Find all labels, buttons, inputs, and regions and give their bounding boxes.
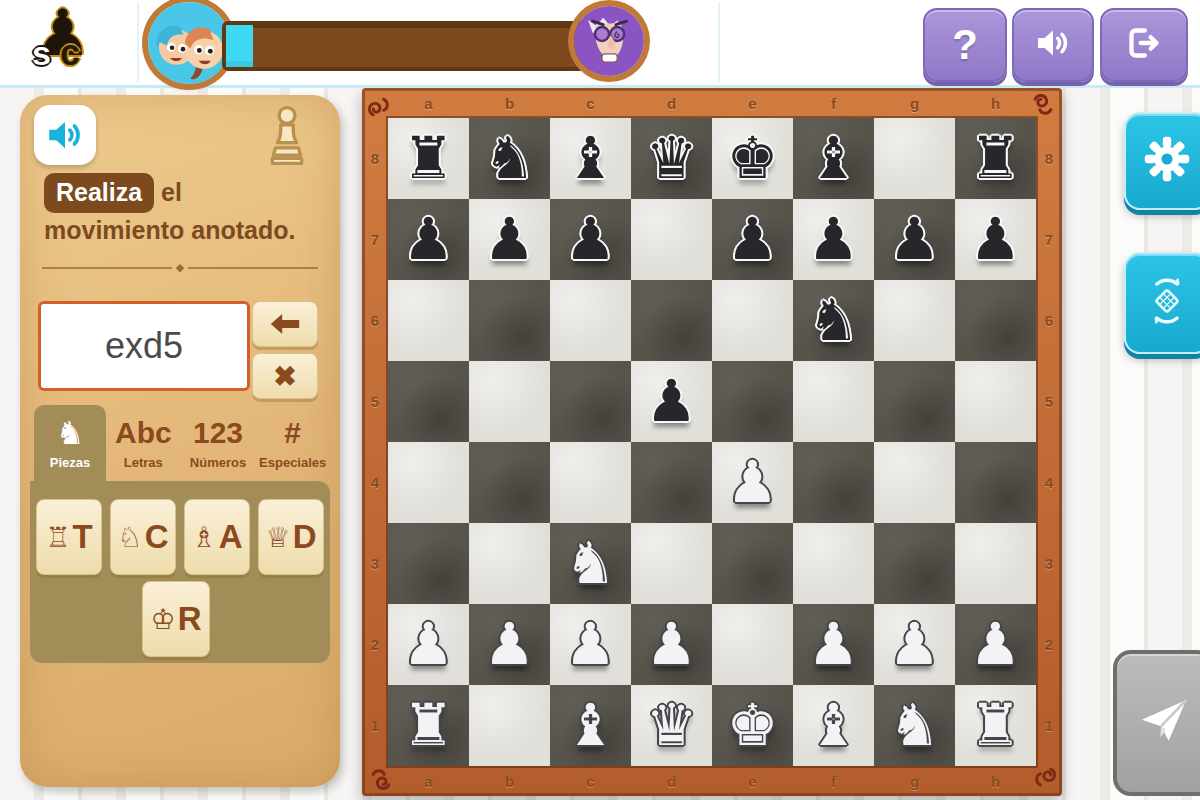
exit-icon [1124, 23, 1164, 67]
square-d7[interactable] [631, 199, 712, 280]
file-label: h [991, 773, 1000, 790]
white-queen[interactable]: ♛ [646, 685, 698, 766]
black-queen[interactable]: ♛ [646, 118, 698, 199]
paper-plane-icon [1136, 693, 1192, 753]
file-label: f [831, 95, 836, 112]
black-pawn[interactable]: ♟ [808, 199, 860, 280]
white-king[interactable]: ♚ [727, 685, 779, 766]
rook-icon: ♖ [45, 521, 70, 554]
corner-ornament [1026, 760, 1060, 794]
white-pawn[interactable]: ♟ [403, 604, 455, 685]
corner-ornament [364, 760, 398, 794]
square-c6[interactable] [550, 280, 631, 361]
knight-key[interactable]: ♘ C [110, 499, 176, 575]
white-pawn[interactable]: ♟ [646, 604, 698, 685]
square-c1[interactable]: ♝ [550, 685, 631, 766]
opponent-avatar [574, 6, 644, 76]
square-c3[interactable]: ♞ [550, 523, 631, 604]
square-b3[interactable] [469, 523, 550, 604]
square-f2[interactable]: ♟ [793, 604, 874, 685]
move-entry-panel: Realiza el movimiento anotado. ◆ ✖ ♞ Pie… [20, 95, 340, 787]
file-label: h [991, 95, 1000, 112]
keyboard-tabs: ♞ Piezas Abc Letras 123 Números # Especi… [34, 405, 330, 481]
square-g1[interactable]: ♞ [874, 685, 955, 766]
square-h6[interactable] [955, 280, 1036, 361]
square-c5[interactable] [550, 361, 631, 442]
square-b1[interactable] [469, 685, 550, 766]
tab-especiales[interactable]: # Especiales [255, 405, 330, 481]
square-d6[interactable] [631, 280, 712, 361]
white-pawn[interactable]: ♟ [727, 442, 779, 523]
black-bishop[interactable]: ♝ [565, 118, 617, 199]
square-f5[interactable] [793, 361, 874, 442]
file-label: d [667, 773, 676, 790]
settings-button[interactable] [1124, 112, 1200, 210]
white-pawn[interactable]: ♟ [970, 604, 1022, 685]
square-b4[interactable] [469, 442, 550, 523]
top-bar: ♟ s c [0, 0, 1200, 88]
square-h7[interactable]: ♟ [955, 199, 1036, 280]
rank-label: 3 [371, 555, 379, 572]
queen-icon: ♕ [266, 521, 291, 554]
square-e4[interactable]: ♟ [712, 442, 793, 523]
square-f6[interactable]: ♞ [793, 280, 874, 361]
rank-labels-right: 87654321 [1036, 118, 1062, 766]
rank-label: 7 [1045, 231, 1053, 248]
square-e7[interactable]: ♟ [712, 199, 793, 280]
rank-label: 8 [371, 150, 379, 167]
bishop-key[interactable]: ♗ A [184, 499, 250, 575]
square-g4[interactable] [874, 442, 955, 523]
king-key[interactable]: ♔ R [142, 581, 210, 657]
file-label: d [667, 95, 676, 112]
white-rook[interactable]: ♜ [970, 685, 1022, 766]
square-b2[interactable]: ♟ [469, 604, 550, 685]
rank-label: 2 [371, 636, 379, 653]
app-logo: ♟ s c [26, 4, 106, 82]
logo-letter-c: c [60, 32, 80, 74]
square-c7[interactable]: ♟ [550, 199, 631, 280]
corner-ornament [364, 90, 398, 124]
square-e8[interactable]: ♚ [712, 118, 793, 199]
rank-label: 5 [371, 393, 379, 410]
bishop-icon: ♗ [192, 521, 217, 554]
square-g3[interactable] [874, 523, 955, 604]
speaker-icon [1033, 23, 1073, 67]
corner-ornament [1026, 90, 1060, 124]
file-labels-top: abcdefgh [388, 88, 1036, 118]
square-a1[interactable]: ♜ [388, 685, 469, 766]
square-g6[interactable] [874, 280, 955, 361]
square-f3[interactable] [793, 523, 874, 604]
black-knight[interactable]: ♞ [808, 280, 860, 361]
white-rook[interactable]: ♜ [403, 685, 455, 766]
white-pawn[interactable]: ♟ [484, 604, 536, 685]
rank-label: 4 [371, 474, 379, 491]
black-rook[interactable]: ♜ [403, 118, 455, 199]
file-label: b [505, 773, 514, 790]
file-label: g [910, 95, 919, 112]
knight-icon: ♘ [118, 521, 143, 554]
file-label: f [831, 773, 836, 790]
square-f4[interactable] [793, 442, 874, 523]
square-a2[interactable]: ♟ [388, 604, 469, 685]
white-pawn[interactable]: ♟ [565, 604, 617, 685]
sound-button[interactable] [1012, 8, 1094, 82]
king-icon: ♔ [151, 603, 176, 636]
queen-key[interactable]: ♕ D [258, 499, 324, 575]
black-rook[interactable]: ♜ [970, 118, 1022, 199]
file-labels-bottom: abcdefgh [388, 766, 1036, 796]
square-d4[interactable] [631, 442, 712, 523]
players-avatar [148, 2, 230, 84]
gear-icon [1143, 135, 1191, 187]
file-label: e [748, 95, 756, 112]
white-bishop[interactable]: ♝ [565, 685, 617, 766]
square-h5[interactable] [955, 361, 1036, 442]
black-pawn[interactable]: ♟ [484, 199, 536, 280]
black-pawn[interactable]: ♟ [646, 361, 698, 442]
black-pawn[interactable]: ♟ [565, 199, 617, 280]
ornament-divider: ◆ [42, 261, 318, 274]
file-label: c [586, 95, 594, 112]
rank-label: 1 [371, 717, 379, 734]
square-a7[interactable]: ♟ [388, 199, 469, 280]
file-label: e [748, 773, 756, 790]
flip-board-icon [1144, 275, 1190, 331]
white-pawn[interactable]: ♟ [808, 604, 860, 685]
rank-label: 2 [1045, 636, 1053, 653]
black-king[interactable]: ♚ [727, 118, 779, 199]
file-label: a [424, 95, 432, 112]
question-mark-icon: ? [952, 21, 978, 69]
square-e2[interactable] [712, 604, 793, 685]
rank-labels-left: 87654321 [362, 118, 388, 766]
black-pawn[interactable]: ♟ [727, 199, 779, 280]
file-label: g [910, 773, 919, 790]
pieces-keyboard: ♖ T ♘ C ♗ A ♕ D ♔ R [30, 481, 330, 663]
square-h2[interactable]: ♟ [955, 604, 1036, 685]
clear-button[interactable]: ✖ [252, 353, 318, 399]
rank-label: 4 [1045, 474, 1053, 491]
white-pawn[interactable]: ♟ [889, 604, 941, 685]
logo-letter-s: s [32, 34, 51, 73]
move-input[interactable] [38, 301, 250, 391]
square-b5[interactable] [469, 361, 550, 442]
black-knight[interactable]: ♞ [484, 118, 536, 199]
square-d8[interactable]: ♛ [631, 118, 712, 199]
tab-piezas[interactable]: ♞ Piezas [34, 405, 106, 481]
square-g8[interactable] [874, 118, 955, 199]
square-c8[interactable]: ♝ [550, 118, 631, 199]
progress-fill [226, 25, 253, 67]
divider [718, 3, 720, 82]
square-e6[interactable] [712, 280, 793, 361]
instruction-highlight: Realiza [44, 173, 154, 213]
square-e3[interactable] [712, 523, 793, 604]
rook-key[interactable]: ♖ T [36, 499, 102, 575]
rank-label: 8 [1045, 150, 1053, 167]
square-a5[interactable] [388, 361, 469, 442]
square-g2[interactable]: ♟ [874, 604, 955, 685]
square-f7[interactable]: ♟ [793, 199, 874, 280]
rank-label: 6 [1045, 312, 1053, 329]
square-a4[interactable] [388, 442, 469, 523]
square-c2[interactable]: ♟ [550, 604, 631, 685]
white-knight[interactable]: ♞ [889, 685, 941, 766]
square-h3[interactable] [955, 523, 1036, 604]
knight-icon: ♞ [56, 417, 85, 449]
backspace-button[interactable] [252, 301, 318, 347]
help-button[interactable]: ? [923, 8, 1007, 82]
rank-label: 3 [1045, 555, 1053, 572]
read-aloud-button[interactable] [34, 105, 96, 165]
file-label: c [586, 773, 594, 790]
file-label: a [424, 773, 432, 790]
x-icon: ✖ [273, 360, 296, 393]
black-pawn[interactable]: ♟ [889, 199, 941, 280]
square-d3[interactable] [631, 523, 712, 604]
tab-letras[interactable]: Abc Letras [106, 405, 181, 481]
send-move-button[interactable] [1113, 650, 1200, 796]
square-a8[interactable]: ♜ [388, 118, 469, 199]
rank-label: 6 [371, 312, 379, 329]
progress-track [222, 21, 620, 71]
file-label: b [505, 95, 514, 112]
square-d2[interactable]: ♟ [631, 604, 712, 685]
square-g5[interactable] [874, 361, 955, 442]
rank-label: 5 [1045, 393, 1053, 410]
white-knight[interactable]: ♞ [565, 523, 617, 604]
square-b8[interactable]: ♞ [469, 118, 550, 199]
board-squares: ♜♞♝♛♚♝♜♟♟♟♟♟♟♟♞♟♟♞♟♟♟♟♟♟♟♜♝♛♚♝♞♜ [388, 118, 1036, 766]
square-h8[interactable]: ♜ [955, 118, 1036, 199]
rank-label: 7 [371, 231, 379, 248]
rank-label: 1 [1045, 717, 1053, 734]
square-d1[interactable]: ♛ [631, 685, 712, 766]
square-a6[interactable] [388, 280, 469, 361]
square-b7[interactable]: ♟ [469, 199, 550, 280]
square-g7[interactable]: ♟ [874, 199, 955, 280]
square-b6[interactable] [469, 280, 550, 361]
square-e1[interactable]: ♚ [712, 685, 793, 766]
black-pawn[interactable]: ♟ [970, 199, 1022, 280]
pawn-icon [262, 103, 312, 169]
square-f1[interactable]: ♝ [793, 685, 874, 766]
instruction-line2: movimiento anotado. [44, 216, 295, 244]
flip-board-button[interactable] [1124, 252, 1200, 354]
square-a3[interactable] [388, 523, 469, 604]
square-h4[interactable] [955, 442, 1036, 523]
exit-button[interactable] [1100, 8, 1188, 82]
divider [137, 3, 139, 82]
black-bishop[interactable]: ♝ [808, 118, 860, 199]
tab-numeros[interactable]: 123 Números [181, 405, 256, 481]
chess-board: abcdefgh 87654321 ♜♞♝♛♚♝♜♟♟♟♟♟♟♟♞♟♟♞♟♟♟♟… [362, 88, 1062, 796]
square-e5[interactable] [712, 361, 793, 442]
square-h1[interactable]: ♜ [955, 685, 1036, 766]
black-pawn[interactable]: ♟ [403, 199, 455, 280]
white-bishop[interactable]: ♝ [808, 685, 860, 766]
square-f8[interactable]: ♝ [793, 118, 874, 199]
square-d5[interactable]: ♟ [631, 361, 712, 442]
instruction-text: Realiza el movimiento anotado. [44, 173, 329, 247]
square-c4[interactable] [550, 442, 631, 523]
